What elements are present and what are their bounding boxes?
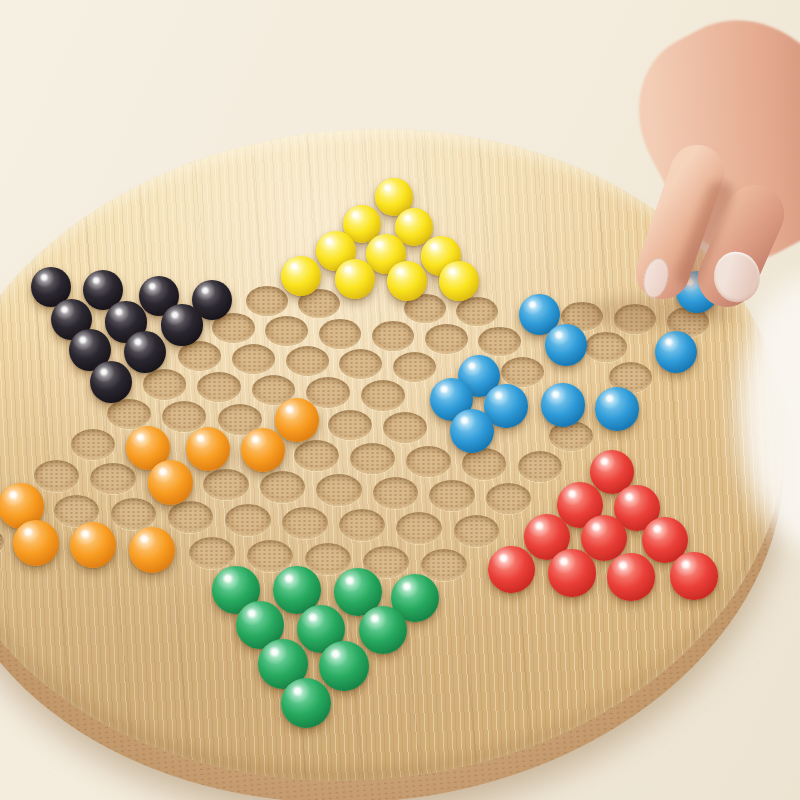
hand-layer <box>0 0 800 800</box>
photo-scene <box>0 0 800 800</box>
arm <box>738 278 800 548</box>
